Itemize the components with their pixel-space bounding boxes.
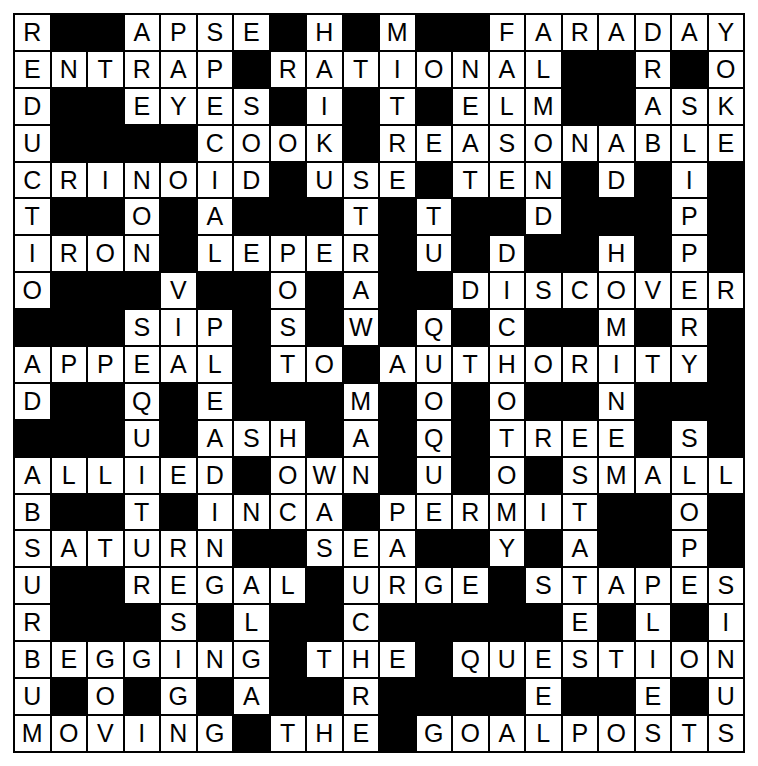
letter-cell[interactable]: T <box>125 495 160 530</box>
letter-cell[interactable]: A <box>15 347 50 382</box>
letter-cell[interactable]: L <box>709 458 744 493</box>
letter-cell[interactable]: P <box>88 347 123 382</box>
letter-cell[interactable]: A <box>52 531 87 566</box>
letter-cell[interactable]: I <box>709 605 744 640</box>
letter-cell[interactable]: S <box>636 716 671 751</box>
letter-cell[interactable]: N <box>709 642 744 677</box>
letter-cell[interactable]: A <box>672 15 707 50</box>
letter-cell[interactable]: O <box>88 679 123 714</box>
letter-cell[interactable]: N <box>125 236 160 271</box>
letter-cell[interactable]: S <box>672 421 707 456</box>
letter-cell[interactable]: A <box>490 716 525 751</box>
letter-cell[interactable]: I <box>490 273 525 308</box>
letter-cell[interactable]: O <box>15 273 50 308</box>
letter-cell[interactable]: A <box>380 347 415 382</box>
letter-cell[interactable]: N <box>52 52 87 87</box>
letter-cell[interactable]: V <box>161 273 196 308</box>
letter-cell[interactable]: S <box>198 15 233 50</box>
letter-cell[interactable]: E <box>234 15 269 50</box>
letter-cell[interactable]: T <box>380 89 415 124</box>
letter-cell[interactable]: M <box>490 495 525 530</box>
letter-cell[interactable]: S <box>234 421 269 456</box>
letter-cell[interactable]: A <box>453 126 488 161</box>
letter-cell[interactable]: C <box>15 163 50 198</box>
letter-cell[interactable]: E <box>417 126 452 161</box>
letter-cell[interactable]: L <box>88 458 123 493</box>
letter-cell[interactable]: L <box>526 52 561 87</box>
black-cell <box>125 273 160 308</box>
letter-cell[interactable]: D <box>490 236 525 271</box>
letter-cell[interactable]: A <box>307 495 342 530</box>
letter-cell[interactable]: U <box>490 642 525 677</box>
letter-cell[interactable]: D <box>453 273 488 308</box>
letter-cell[interactable]: T <box>88 531 123 566</box>
letter-cell[interactable]: L <box>271 568 306 603</box>
letter-cell[interactable]: S <box>672 89 707 124</box>
letter-cell[interactable]: I <box>380 52 415 87</box>
letter-cell[interactable]: M <box>344 384 379 419</box>
letter-cell[interactable]: E <box>125 89 160 124</box>
letter-cell[interactable]: S <box>526 273 561 308</box>
letter-cell[interactable]: E <box>417 495 452 530</box>
letter-cell[interactable]: I <box>672 163 707 198</box>
letter-cell[interactable]: F <box>490 15 525 50</box>
letter-cell[interactable]: U <box>15 679 50 714</box>
letter-cell[interactable]: O <box>271 126 306 161</box>
letter-cell[interactable]: E <box>161 458 196 493</box>
letter-cell[interactable]: D <box>198 458 233 493</box>
letter-cell[interactable]: U <box>417 458 452 493</box>
letter-cell[interactable]: T <box>563 495 598 530</box>
letter-cell[interactable]: L <box>526 716 561 751</box>
letter-cell[interactable]: E <box>380 163 415 198</box>
letter-cell[interactable]: U <box>15 568 50 603</box>
letter-cell[interactable]: C <box>271 495 306 530</box>
letter-cell[interactable]: T <box>417 199 452 234</box>
letter-cell[interactable]: V <box>636 273 671 308</box>
letter-cell[interactable]: A <box>563 531 598 566</box>
letter-cell[interactable]: S <box>161 605 196 640</box>
letter-cell[interactable]: S <box>234 89 269 124</box>
letter-cell[interactable]: A <box>161 52 196 87</box>
letter-cell[interactable]: T <box>307 642 342 677</box>
letter-cell[interactable]: O <box>526 126 561 161</box>
letter-cell[interactable]: S <box>563 642 598 677</box>
letter-cell[interactable]: C <box>198 126 233 161</box>
letter-cell[interactable]: R <box>125 52 160 87</box>
letter-cell[interactable]: T <box>344 199 379 234</box>
letter-cell[interactable]: A <box>234 568 269 603</box>
letter-cell[interactable]: A <box>344 421 379 456</box>
letter-cell[interactable]: P <box>672 236 707 271</box>
letter-cell[interactable]: O <box>307 347 342 382</box>
letter-cell[interactable]: Y <box>161 89 196 124</box>
letter-cell[interactable]: R <box>563 15 598 50</box>
letter-cell[interactable]: N <box>234 495 269 530</box>
letter-cell[interactable]: R <box>709 273 744 308</box>
letter-cell[interactable]: I <box>599 347 634 382</box>
letter-cell[interactable]: P <box>672 199 707 234</box>
letter-cell[interactable]: E <box>125 347 160 382</box>
letter-cell[interactable]: T <box>88 52 123 87</box>
black-cell <box>161 236 196 271</box>
letter-cell[interactable]: T <box>599 642 634 677</box>
letter-cell[interactable]: S <box>271 310 306 345</box>
letter-cell[interactable]: A <box>161 347 196 382</box>
letter-cell[interactable]: O <box>125 199 160 234</box>
black-cell <box>307 199 342 234</box>
letter-cell[interactable]: Y <box>672 347 707 382</box>
letter-cell[interactable]: K <box>709 89 744 124</box>
black-cell <box>271 163 306 198</box>
black-cell <box>526 384 561 419</box>
letter-cell[interactable]: A <box>380 531 415 566</box>
letter-cell[interactable]: L <box>490 89 525 124</box>
letter-cell[interactable]: M <box>380 15 415 50</box>
letter-cell[interactable]: L <box>52 458 87 493</box>
letter-cell[interactable]: L <box>672 126 707 161</box>
letter-cell[interactable]: G <box>88 642 123 677</box>
letter-cell[interactable]: T <box>490 421 525 456</box>
letter-cell[interactable]: P <box>198 310 233 345</box>
letter-cell[interactable]: E <box>234 236 269 271</box>
letter-cell[interactable]: E <box>453 568 488 603</box>
black-cell <box>88 495 123 530</box>
black-cell <box>271 531 306 566</box>
letter-cell[interactable]: O <box>672 642 707 677</box>
letter-cell[interactable]: N <box>198 642 233 677</box>
letter-cell[interactable]: I <box>198 495 233 530</box>
letter-cell[interactable]: E <box>672 568 707 603</box>
letter-cell[interactable]: R <box>380 126 415 161</box>
letter-cell[interactable]: S <box>15 531 50 566</box>
letter-cell[interactable]: O <box>271 458 306 493</box>
letter-cell[interactable]: R <box>344 236 379 271</box>
letter-cell[interactable]: Q <box>417 310 452 345</box>
black-cell <box>417 273 452 308</box>
black-cell <box>636 384 671 419</box>
letter-cell[interactable]: L <box>198 236 233 271</box>
letter-cell[interactable]: E <box>526 642 561 677</box>
letter-cell[interactable]: U <box>709 679 744 714</box>
letter-cell[interactable]: O <box>271 273 306 308</box>
letter-cell[interactable]: O <box>526 347 561 382</box>
letter-cell[interactable]: A <box>599 568 634 603</box>
letter-cell[interactable]: M <box>526 89 561 124</box>
letter-cell[interactable]: A <box>636 89 671 124</box>
letter-cell[interactable]: O <box>672 495 707 530</box>
letter-cell[interactable]: R <box>526 421 561 456</box>
letter-cell[interactable]: R <box>52 163 87 198</box>
letter-cell[interactable]: V <box>88 716 123 751</box>
letter-cell[interactable]: B <box>15 495 50 530</box>
letter-cell[interactable]: P <box>636 568 671 603</box>
letter-cell[interactable]: D <box>526 199 561 234</box>
letter-cell[interactable]: L <box>636 605 671 640</box>
black-cell <box>599 52 634 87</box>
black-cell <box>307 384 342 419</box>
letter-cell[interactable]: O <box>709 52 744 87</box>
letter-cell[interactable]: E <box>344 716 379 751</box>
letter-cell[interactable]: E <box>526 679 561 714</box>
letter-cell[interactable]: E <box>709 126 744 161</box>
letter-cell[interactable]: N <box>453 52 488 87</box>
letter-cell[interactable]: E <box>161 568 196 603</box>
letter-cell[interactable]: E <box>344 531 379 566</box>
black-cell <box>88 568 123 603</box>
black-cell <box>198 273 233 308</box>
letter-cell[interactable]: R <box>271 52 306 87</box>
black-cell <box>198 679 233 714</box>
letter-cell[interactable]: U <box>125 421 160 456</box>
letter-cell[interactable]: N <box>526 163 561 198</box>
black-cell <box>490 199 525 234</box>
letter-cell[interactable]: O <box>599 716 634 751</box>
letter-cell[interactable]: D <box>15 384 50 419</box>
black-cell <box>563 199 598 234</box>
letter-cell[interactable]: U <box>417 347 452 382</box>
letter-cell[interactable]: T <box>15 199 50 234</box>
letter-cell[interactable]: N <box>161 716 196 751</box>
letter-cell[interactable]: S <box>490 126 525 161</box>
letter-cell[interactable]: G <box>198 716 233 751</box>
letter-cell[interactable]: T <box>453 163 488 198</box>
letter-cell[interactable]: T <box>672 716 707 751</box>
letter-cell[interactable]: S <box>307 531 342 566</box>
letter-cell[interactable]: R <box>15 15 50 50</box>
letter-cell[interactable]: Q <box>125 384 160 419</box>
letter-cell[interactable]: G <box>417 568 452 603</box>
letter-cell[interactable]: R <box>125 568 160 603</box>
letter-cell[interactable]: U <box>417 236 452 271</box>
letter-cell[interactable]: E <box>672 273 707 308</box>
letter-cell[interactable]: A <box>198 421 233 456</box>
letter-cell[interactable]: R <box>161 531 196 566</box>
letter-cell[interactable]: L <box>234 605 269 640</box>
black-cell <box>709 163 744 198</box>
letter-cell[interactable]: A <box>15 458 50 493</box>
black-cell <box>52 384 87 419</box>
letter-cell[interactable]: I <box>198 163 233 198</box>
letter-cell[interactable]: O <box>453 716 488 751</box>
letter-cell[interactable]: C <box>563 273 598 308</box>
letter-cell[interactable]: G <box>198 568 233 603</box>
letter-cell[interactable]: O <box>417 52 452 87</box>
letter-cell[interactable]: Q <box>417 421 452 456</box>
letter-cell[interactable]: I <box>88 163 123 198</box>
letter-cell[interactable]: E <box>636 679 671 714</box>
letter-cell[interactable]: O <box>161 163 196 198</box>
letter-cell[interactable]: I <box>125 716 160 751</box>
letter-cell[interactable]: Q <box>453 642 488 677</box>
letter-cell[interactable]: A <box>234 679 269 714</box>
letter-cell[interactable]: G <box>125 642 160 677</box>
letter-cell[interactable]: U <box>307 163 342 198</box>
letter-cell[interactable]: S <box>526 568 561 603</box>
letter-cell[interactable]: O <box>490 384 525 419</box>
black-cell <box>490 568 525 603</box>
letter-cell[interactable]: A <box>526 15 561 50</box>
black-cell <box>234 310 269 345</box>
letter-cell[interactable]: I <box>125 458 160 493</box>
letter-cell[interactable]: A <box>599 126 634 161</box>
letter-cell[interactable]: P <box>198 52 233 87</box>
letter-cell[interactable]: U <box>15 126 50 161</box>
letter-cell[interactable]: G <box>234 642 269 677</box>
letter-cell[interactable]: A <box>344 273 379 308</box>
letter-cell[interactable]: B <box>15 642 50 677</box>
letter-cell[interactable]: T <box>271 347 306 382</box>
letter-cell[interactable]: E <box>198 384 233 419</box>
black-cell <box>234 458 269 493</box>
letter-cell[interactable]: T <box>271 716 306 751</box>
letter-cell[interactable]: H <box>490 347 525 382</box>
letter-cell[interactable]: E <box>15 52 50 87</box>
letter-cell[interactable]: H <box>599 236 634 271</box>
letter-cell[interactable]: M <box>15 716 50 751</box>
letter-cell[interactable]: U <box>344 568 379 603</box>
letter-cell[interactable]: A <box>490 52 525 87</box>
black-cell <box>380 716 415 751</box>
letter-cell[interactable]: Y <box>490 531 525 566</box>
black-cell <box>52 199 87 234</box>
letter-cell[interactable]: H <box>271 421 306 456</box>
letter-cell[interactable]: R <box>453 495 488 530</box>
letter-cell[interactable]: Y <box>709 15 744 50</box>
letter-cell[interactable]: R <box>672 310 707 345</box>
letter-cell[interactable]: G <box>417 716 452 751</box>
letter-cell[interactable]: I <box>526 495 561 530</box>
letter-cell[interactable]: R <box>380 568 415 603</box>
letter-cell[interactable]: E <box>307 236 342 271</box>
letter-cell[interactable]: D <box>234 163 269 198</box>
black-cell <box>417 89 452 124</box>
letter-cell[interactable]: N <box>125 163 160 198</box>
black-cell <box>709 236 744 271</box>
letter-cell[interactable]: P <box>380 495 415 530</box>
letter-cell[interactable]: E <box>490 163 525 198</box>
letter-cell[interactable]: O <box>52 716 87 751</box>
letter-cell[interactable]: W <box>344 310 379 345</box>
letter-cell[interactable]: I <box>161 310 196 345</box>
black-cell <box>417 531 452 566</box>
letter-cell[interactable]: S <box>125 310 160 345</box>
letter-cell[interactable]: R <box>563 347 598 382</box>
letter-cell[interactable]: N <box>563 126 598 161</box>
letter-cell[interactable]: T <box>344 52 379 87</box>
letter-cell[interactable]: T <box>636 347 671 382</box>
letter-cell[interactable]: P <box>672 531 707 566</box>
letter-cell[interactable]: A <box>198 199 233 234</box>
letter-cell[interactable]: S <box>344 163 379 198</box>
letter-cell[interactable]: L <box>672 458 707 493</box>
letter-cell[interactable]: S <box>563 458 598 493</box>
letter-cell[interactable]: S <box>709 716 744 751</box>
letter-cell[interactable]: B <box>636 126 671 161</box>
black-cell <box>88 421 123 456</box>
letter-cell[interactable]: N <box>599 384 634 419</box>
letter-cell[interactable]: E <box>563 605 598 640</box>
letter-cell[interactable]: D <box>599 163 634 198</box>
letter-cell[interactable]: C <box>344 605 379 640</box>
black-cell <box>161 495 196 530</box>
letter-cell[interactable]: T <box>453 347 488 382</box>
black-cell <box>709 495 744 530</box>
letter-cell[interactable]: N <box>198 531 233 566</box>
letter-cell[interactable]: M <box>599 310 634 345</box>
letter-cell[interactable]: D <box>15 89 50 124</box>
letter-cell[interactable]: P <box>271 236 306 271</box>
letter-cell[interactable]: P <box>563 716 598 751</box>
letter-cell[interactable]: L <box>198 347 233 382</box>
letter-cell[interactable]: A <box>636 458 671 493</box>
letter-cell[interactable]: E <box>563 421 598 456</box>
letter-cell[interactable]: C <box>490 310 525 345</box>
black-cell <box>636 310 671 345</box>
letter-cell[interactable]: R <box>52 236 87 271</box>
letter-cell[interactable]: A <box>599 15 634 50</box>
letter-cell[interactable]: W <box>307 458 342 493</box>
letter-cell[interactable]: H <box>344 642 379 677</box>
letter-cell[interactable]: E <box>52 642 87 677</box>
letter-cell[interactable]: O <box>234 126 269 161</box>
letter-cell[interactable]: O <box>417 384 452 419</box>
letter-cell[interactable]: R <box>636 52 671 87</box>
letter-cell[interactable]: O <box>490 458 525 493</box>
letter-cell[interactable]: I <box>161 642 196 677</box>
letter-cell[interactable]: O <box>88 236 123 271</box>
letter-cell[interactable]: I <box>15 236 50 271</box>
letter-cell[interactable]: K <box>307 126 342 161</box>
letter-cell[interactable]: R <box>344 679 379 714</box>
letter-cell[interactable]: P <box>52 347 87 382</box>
letter-cell[interactable]: I <box>307 89 342 124</box>
black-cell <box>271 679 306 714</box>
letter-cell[interactable]: M <box>599 458 634 493</box>
black-cell <box>417 679 452 714</box>
letter-cell[interactable]: G <box>161 679 196 714</box>
letter-cell[interactable]: P <box>161 15 196 50</box>
letter-cell[interactable]: U <box>125 531 160 566</box>
black-cell <box>709 384 744 419</box>
letter-cell[interactable]: D <box>636 15 671 50</box>
black-cell <box>88 126 123 161</box>
black-cell <box>52 605 87 640</box>
letter-cell[interactable]: A <box>125 15 160 50</box>
letter-cell[interactable]: E <box>380 642 415 677</box>
black-cell <box>563 163 598 198</box>
black-cell <box>125 605 160 640</box>
black-cell <box>453 421 488 456</box>
letter-cell[interactable]: S <box>709 568 744 603</box>
letter-cell[interactable]: E <box>198 89 233 124</box>
black-cell <box>234 273 269 308</box>
black-cell <box>52 310 87 345</box>
letter-cell[interactable]: A <box>307 52 342 87</box>
black-cell <box>453 236 488 271</box>
letter-cell[interactable]: H <box>307 716 342 751</box>
letter-cell[interactable]: N <box>344 458 379 493</box>
letter-cell[interactable]: T <box>563 568 598 603</box>
letter-cell[interactable]: H <box>307 15 342 50</box>
black-cell <box>526 458 561 493</box>
letter-cell[interactable]: E <box>453 89 488 124</box>
letter-cell[interactable]: R <box>15 605 50 640</box>
letter-cell[interactable]: I <box>636 642 671 677</box>
letter-cell[interactable]: O <box>599 273 634 308</box>
black-cell <box>88 310 123 345</box>
letter-cell[interactable]: E <box>599 421 634 456</box>
